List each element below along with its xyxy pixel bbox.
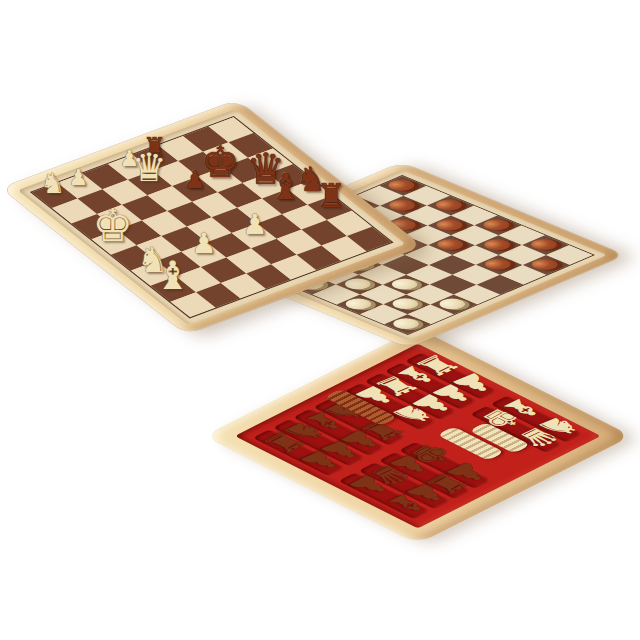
chess-piece-layer: ♜♟♚♛♛♟♟♞♞♝♜♟♚♟♞♝ xyxy=(0,0,640,640)
chess-piece-wP[interactable]: ♟ xyxy=(68,166,88,188)
chess-piece-bR[interactable]: ♜ xyxy=(316,179,346,212)
chess-piece-wP[interactable]: ♟ xyxy=(191,231,216,259)
chess-piece-wB[interactable]: ♝ xyxy=(155,256,190,295)
chess-piece-wP[interactable]: ♟ xyxy=(242,212,267,240)
chess-piece-wQ[interactable]: ♛ xyxy=(132,148,167,187)
product-photo-scene: ♜♟♞♟♝♟♞♜♟♝♛♟♟♜♚♟♟♞♜♟♝♟♜♟♚♛♝♞ ♜♟♚♛♛♟♟♞♞♝♜… xyxy=(0,0,640,640)
chess-piece-bK[interactable]: ♚ xyxy=(201,141,240,184)
chess-piece-bP[interactable]: ♟ xyxy=(184,168,206,192)
chess-piece-wN[interactable]: ♞ xyxy=(40,171,65,199)
chess-piece-wK[interactable]: ♚ xyxy=(93,203,133,248)
chess-piece-bB[interactable]: ♝ xyxy=(270,170,302,206)
